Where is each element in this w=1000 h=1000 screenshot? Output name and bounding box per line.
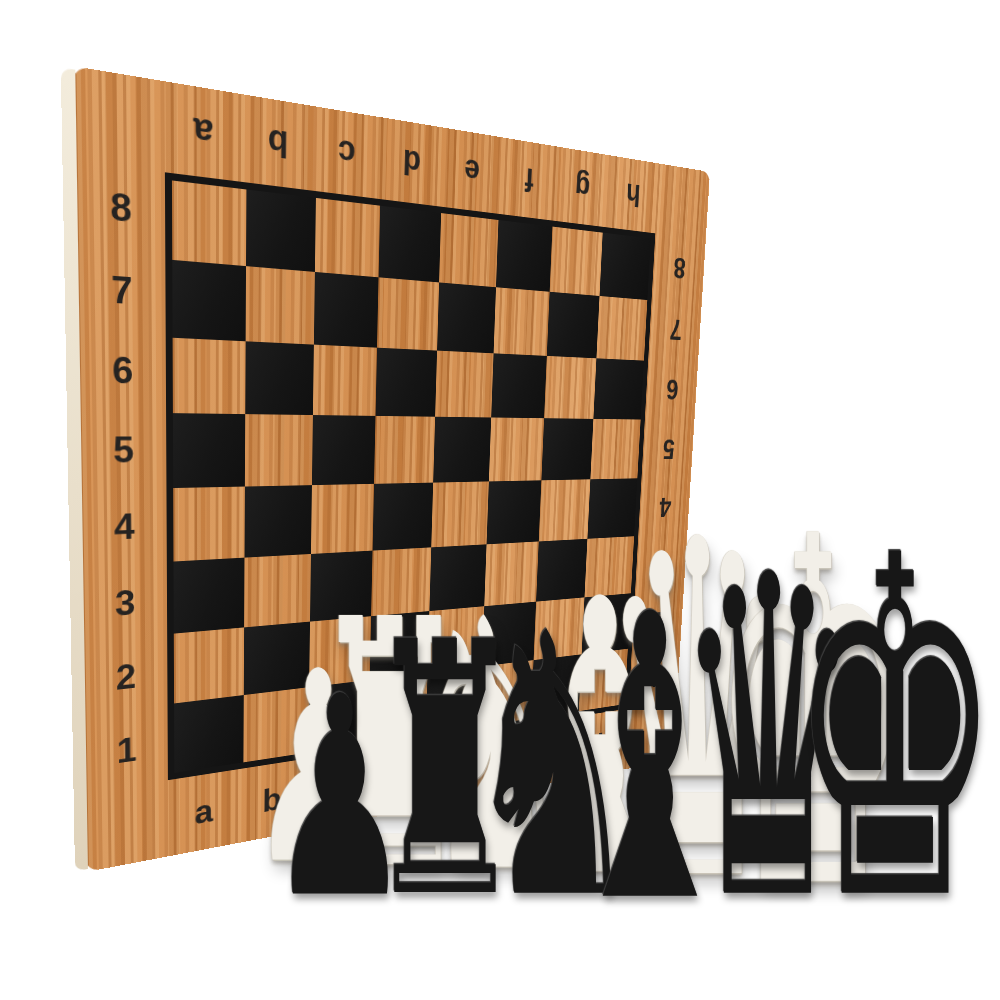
black-king: ♚ bbox=[776, 496, 1000, 965]
board-grid bbox=[165, 172, 655, 780]
rank-label-right-6: 6 bbox=[658, 371, 687, 407]
square-d7 bbox=[377, 277, 439, 350]
rank-label-right-7: 7 bbox=[662, 310, 691, 347]
square-a8 bbox=[172, 180, 246, 265]
square-h2 bbox=[582, 593, 631, 655]
square-a4 bbox=[173, 487, 244, 562]
file-label-bottom-h: h bbox=[589, 724, 618, 762]
square-e3 bbox=[429, 544, 486, 611]
square-e7 bbox=[437, 282, 496, 353]
square-d2 bbox=[370, 611, 429, 680]
file-label-top-c: c bbox=[327, 127, 367, 177]
rank-label-right-8: 8 bbox=[665, 248, 694, 287]
board-side-edge bbox=[61, 67, 88, 871]
square-f4 bbox=[486, 480, 541, 544]
square-f3 bbox=[484, 541, 538, 606]
square-b8 bbox=[246, 189, 316, 271]
square-f2 bbox=[482, 601, 536, 666]
file-label-top-a: a bbox=[181, 104, 226, 158]
rank-label-right-3: 3 bbox=[648, 547, 676, 582]
rank-label-right-1: 1 bbox=[641, 659, 669, 695]
file-label-bottom-b: b bbox=[252, 778, 291, 824]
square-g8 bbox=[549, 227, 603, 296]
rank-label-left-3: 3 bbox=[102, 580, 148, 627]
square-e2 bbox=[428, 606, 485, 673]
rank-label-left-6: 6 bbox=[99, 347, 147, 395]
square-b3 bbox=[244, 554, 311, 627]
square-f7 bbox=[493, 287, 549, 355]
square-d1 bbox=[369, 673, 428, 743]
square-g7 bbox=[546, 292, 599, 358]
rank-label-left-5: 5 bbox=[100, 427, 147, 473]
rank-label-right-4: 4 bbox=[651, 489, 679, 524]
square-d5 bbox=[374, 416, 435, 484]
square-b5 bbox=[245, 414, 313, 486]
square-h6 bbox=[594, 358, 644, 420]
square-g6 bbox=[544, 355, 597, 419]
file-label-bottom-c: c bbox=[317, 768, 354, 812]
square-c8 bbox=[314, 198, 380, 277]
square-g1 bbox=[531, 654, 582, 718]
file-label-bottom-a: a bbox=[183, 789, 224, 836]
rank-label-left-2: 2 bbox=[103, 654, 149, 702]
rank-label-left-7: 7 bbox=[98, 265, 146, 316]
rank-label-right-2: 2 bbox=[644, 603, 672, 639]
white-king: ♚ bbox=[698, 476, 929, 955]
square-a1 bbox=[174, 695, 243, 773]
square-e1 bbox=[426, 667, 482, 735]
square-d4 bbox=[373, 483, 433, 551]
rank-label-left-8: 8 bbox=[96, 181, 145, 235]
square-h8 bbox=[600, 233, 651, 300]
file-label-top-e: e bbox=[454, 147, 490, 194]
rank-label-left-4: 4 bbox=[101, 504, 148, 551]
square-c7 bbox=[313, 272, 378, 348]
product-photo-stage: aa88bb77cc66dd55ee44ff33gg22hh11 ♟♜♞♝♛♚♟… bbox=[0, 0, 1000, 1000]
square-d8 bbox=[379, 206, 441, 282]
square-e5 bbox=[433, 417, 491, 483]
square-g5 bbox=[541, 418, 593, 480]
board-coordinates: aa88bb77cc66dd55ee44ff33gg22hh11 bbox=[73, 66, 710, 172]
square-h1 bbox=[579, 649, 628, 711]
square-c4 bbox=[311, 484, 375, 554]
file-label-bottom-d: d bbox=[378, 758, 413, 801]
square-f5 bbox=[489, 418, 544, 482]
square-c2 bbox=[309, 616, 372, 688]
square-e4 bbox=[431, 481, 488, 547]
square-h7 bbox=[597, 296, 648, 360]
square-g3 bbox=[536, 539, 588, 602]
square-g4 bbox=[538, 479, 590, 541]
square-h5 bbox=[591, 419, 641, 479]
file-label-top-g: g bbox=[567, 165, 599, 208]
square-b6 bbox=[245, 341, 313, 415]
square-h4 bbox=[588, 478, 638, 538]
square-c5 bbox=[311, 415, 375, 485]
file-label-bottom-g: g bbox=[541, 732, 571, 771]
rank-label-right-5: 5 bbox=[655, 431, 684, 466]
square-b4 bbox=[244, 485, 311, 557]
square-f8 bbox=[496, 220, 552, 292]
file-label-top-d: d bbox=[393, 138, 431, 186]
square-f6 bbox=[491, 353, 546, 419]
square-c3 bbox=[310, 550, 373, 621]
square-b2 bbox=[244, 621, 310, 695]
rank-label-left-1: 1 bbox=[104, 727, 149, 776]
square-a2 bbox=[174, 627, 244, 704]
square-a5 bbox=[173, 413, 245, 488]
file-label-top-b: b bbox=[257, 116, 299, 168]
square-a7 bbox=[172, 260, 245, 341]
square-e8 bbox=[439, 213, 498, 287]
file-label-top-h: h bbox=[618, 173, 649, 215]
file-label-bottom-f: f bbox=[490, 740, 522, 780]
square-f1 bbox=[480, 660, 534, 726]
square-d3 bbox=[371, 547, 431, 616]
square-a6 bbox=[173, 337, 246, 414]
square-g2 bbox=[533, 597, 584, 660]
square-e6 bbox=[435, 350, 493, 418]
square-d6 bbox=[376, 347, 437, 417]
file-label-bottom-e: e bbox=[436, 749, 469, 790]
square-c1 bbox=[308, 680, 370, 752]
file-label-top-f: f bbox=[512, 156, 546, 201]
square-c6 bbox=[312, 344, 377, 416]
square-a3 bbox=[174, 557, 245, 633]
square-h3 bbox=[585, 536, 634, 597]
square-b1 bbox=[243, 687, 308, 762]
chess-board: aa88bb77cc66dd55ee44ff33gg22hh11 bbox=[73, 66, 710, 872]
square-b7 bbox=[245, 266, 314, 344]
black-queen: ♛ bbox=[664, 519, 871, 961]
